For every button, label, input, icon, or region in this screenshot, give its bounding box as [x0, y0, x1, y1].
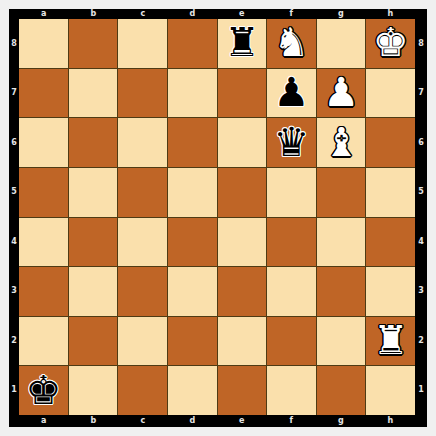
square-f8[interactable]: ♞ [267, 19, 316, 68]
file-label-top-h: h [366, 9, 416, 19]
file-label-bottom-h: h [366, 415, 416, 427]
file-label-top-e: e [217, 9, 267, 19]
rank-label-right-8: 8 [415, 19, 427, 69]
square-g3[interactable] [317, 267, 366, 316]
rank-label-right-7: 7 [415, 69, 427, 119]
square-d8[interactable] [168, 19, 217, 68]
square-e2[interactable] [218, 317, 267, 366]
white-bishop[interactable]: ♝ [323, 122, 359, 162]
square-d2[interactable] [168, 317, 217, 366]
square-f2[interactable] [267, 317, 316, 366]
square-d4[interactable] [168, 218, 217, 267]
white-rook[interactable]: ♜ [373, 320, 409, 360]
rank-label-left-5: 5 [9, 168, 19, 218]
square-g7[interactable]: ♟ [317, 69, 366, 118]
square-a3[interactable] [19, 267, 68, 316]
square-c4[interactable] [118, 218, 167, 267]
rank-label-right-6: 6 [415, 118, 427, 168]
file-label-top-f: f [267, 9, 317, 19]
square-g4[interactable] [317, 218, 366, 267]
square-b6[interactable] [69, 118, 118, 167]
square-b2[interactable] [69, 317, 118, 366]
square-c8[interactable] [118, 19, 167, 68]
square-f6[interactable]: ♛ [267, 118, 316, 167]
square-a7[interactable] [19, 69, 68, 118]
rank-label-right-2: 2 [415, 316, 427, 366]
square-a8[interactable] [19, 19, 68, 68]
rank-label-left-4: 4 [9, 217, 19, 267]
page-background: abcdefgh abcdefgh 87654321 87654321 ♜♞♚♟… [0, 0, 436, 436]
black-king[interactable]: ♚ [25, 370, 61, 410]
square-g2[interactable] [317, 317, 366, 366]
file-label-top-a: a [19, 9, 69, 19]
square-c5[interactable] [118, 168, 167, 217]
square-h7[interactable] [366, 69, 415, 118]
file-label-bottom-d: d [168, 415, 218, 427]
black-rook[interactable]: ♜ [224, 22, 260, 62]
square-b8[interactable] [69, 19, 118, 68]
rank-labels-right: 87654321 [415, 19, 427, 415]
square-c1[interactable] [118, 366, 167, 415]
white-knight[interactable]: ♞ [274, 22, 310, 62]
square-f5[interactable] [267, 168, 316, 217]
square-h6[interactable] [366, 118, 415, 167]
file-label-bottom-c: c [118, 415, 168, 427]
square-e6[interactable] [218, 118, 267, 167]
square-e3[interactable] [218, 267, 267, 316]
rank-label-left-1: 1 [9, 366, 19, 416]
square-g8[interactable] [317, 19, 366, 68]
file-label-bottom-b: b [69, 415, 119, 427]
white-pawn[interactable]: ♟ [323, 72, 359, 112]
file-labels-bottom: abcdefgh [19, 415, 415, 427]
square-h3[interactable] [366, 267, 415, 316]
square-h2[interactable]: ♜ [366, 317, 415, 366]
file-label-bottom-f: f [267, 415, 317, 427]
square-h5[interactable] [366, 168, 415, 217]
square-e1[interactable] [218, 366, 267, 415]
square-d1[interactable] [168, 366, 217, 415]
square-a6[interactable] [19, 118, 68, 167]
file-label-bottom-g: g [316, 415, 366, 427]
file-label-top-c: c [118, 9, 168, 19]
square-c3[interactable] [118, 267, 167, 316]
square-e7[interactable] [218, 69, 267, 118]
square-a2[interactable] [19, 317, 68, 366]
square-f4[interactable] [267, 218, 316, 267]
rank-label-left-2: 2 [9, 316, 19, 366]
square-g1[interactable] [317, 366, 366, 415]
rank-label-right-1: 1 [415, 366, 427, 416]
square-h1[interactable] [366, 366, 415, 415]
rank-label-right-3: 3 [415, 267, 427, 317]
square-g6[interactable]: ♝ [317, 118, 366, 167]
file-label-top-g: g [316, 9, 366, 19]
file-labels-top: abcdefgh [19, 9, 415, 19]
file-label-bottom-a: a [19, 415, 69, 427]
square-d5[interactable] [168, 168, 217, 217]
square-d6[interactable] [168, 118, 217, 167]
white-king[interactable]: ♚ [373, 22, 409, 62]
rank-label-right-4: 4 [415, 217, 427, 267]
square-f3[interactable] [267, 267, 316, 316]
square-g5[interactable] [317, 168, 366, 217]
square-b1[interactable] [69, 366, 118, 415]
square-a5[interactable] [19, 168, 68, 217]
black-pawn[interactable]: ♟ [274, 72, 310, 112]
square-h8[interactable]: ♚ [366, 19, 415, 68]
rank-label-left-3: 3 [9, 267, 19, 317]
rank-labels-left: 87654321 [9, 19, 19, 415]
board: ♜♞♚♟♟♛♝♜♚ [19, 19, 415, 415]
square-c7[interactable] [118, 69, 167, 118]
square-d3[interactable] [168, 267, 217, 316]
square-e8[interactable]: ♜ [218, 19, 267, 68]
square-c6[interactable] [118, 118, 167, 167]
square-b4[interactable] [69, 218, 118, 267]
square-e4[interactable] [218, 218, 267, 267]
square-f1[interactable] [267, 366, 316, 415]
file-label-bottom-e: e [217, 415, 267, 427]
file-label-top-d: d [168, 9, 218, 19]
square-d7[interactable] [168, 69, 217, 118]
square-a1[interactable]: ♚ [19, 366, 68, 415]
square-e5[interactable] [218, 168, 267, 217]
square-b7[interactable] [69, 69, 118, 118]
square-f7[interactable]: ♟ [267, 69, 316, 118]
square-b5[interactable] [69, 168, 118, 217]
rank-label-left-7: 7 [9, 69, 19, 119]
file-label-top-b: b [69, 9, 119, 19]
rank-label-left-6: 6 [9, 118, 19, 168]
rank-label-right-5: 5 [415, 168, 427, 218]
square-h4[interactable] [366, 218, 415, 267]
black-queen[interactable]: ♛ [274, 122, 310, 162]
square-a4[interactable] [19, 218, 68, 267]
board-frame: abcdefgh abcdefgh 87654321 87654321 ♜♞♚♟… [9, 9, 427, 427]
rank-label-left-8: 8 [9, 19, 19, 69]
square-b3[interactable] [69, 267, 118, 316]
square-c2[interactable] [118, 317, 167, 366]
